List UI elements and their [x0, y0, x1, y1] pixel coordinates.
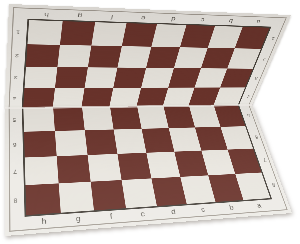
- square-g7: [57, 155, 91, 183]
- square-g5: [53, 107, 85, 131]
- board-bottom-half: hgfedcba55667788: [5, 105, 292, 236]
- right-rank-label-8: 8: [268, 180, 280, 189]
- square-f8: [91, 180, 126, 210]
- bottom-file-label-c: c: [187, 204, 218, 215]
- right-rank-label-5: 5: [243, 112, 253, 119]
- bottom-file-label-g: g: [61, 213, 95, 225]
- left-rank-label-7: 7: [9, 167, 20, 177]
- left-rank-label-6: 6: [9, 140, 20, 149]
- bottom-file-label-a: a: [244, 200, 274, 210]
- bottom-file-label-b: b: [216, 202, 247, 212]
- square-g6: [55, 130, 88, 156]
- folding-chessboard-photo: hgfedcba11223344 hgfedcba55667788: [0, 0, 300, 244]
- bottom-file-label-d: d: [157, 206, 189, 217]
- square-a5: [214, 105, 245, 127]
- board-bottom-half-wrap: hgfedcba55667788: [0, 0, 300, 244]
- square-f7: [88, 154, 122, 182]
- right-rank-label-7: 7: [259, 156, 270, 164]
- square-h8: [25, 183, 60, 215]
- square-h5: [23, 107, 55, 131]
- square-f5: [82, 107, 114, 130]
- left-rank-label-5: 5: [9, 116, 19, 124]
- right-rank-label-6: 6: [251, 133, 262, 141]
- board-grid-bottom: [23, 105, 270, 215]
- square-f6: [85, 129, 118, 155]
- bottom-file-label-e: e: [126, 208, 159, 219]
- square-h6: [24, 131, 57, 158]
- square-g8: [59, 182, 94, 213]
- bottom-file-label-h: h: [26, 215, 61, 227]
- bottom-file-label-f: f: [94, 211, 128, 222]
- left-rank-label-8: 8: [10, 195, 22, 206]
- square-h7: [25, 156, 59, 185]
